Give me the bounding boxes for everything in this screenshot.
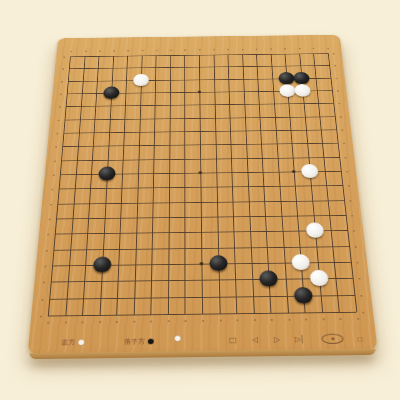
grid-vline (228, 55, 238, 314)
star-point (200, 262, 204, 265)
coordinate-tick (170, 50, 172, 51)
eye-icon (321, 334, 344, 344)
coordinate-tick (345, 157, 347, 158)
prev-move-icon[interactable]: ◁ (252, 335, 259, 346)
coordinate-tick (338, 103, 340, 104)
grid-vline (134, 56, 143, 315)
eye-button[interactable] (321, 334, 344, 344)
coordinate-tick (99, 321, 101, 323)
stone-black (103, 86, 120, 99)
turn-label: 落子方 (124, 336, 145, 347)
coordinate-tick (54, 160, 56, 161)
coordinate-tick (340, 318, 342, 320)
stone-white (291, 254, 310, 270)
coordinate-tick (99, 51, 101, 52)
coordinate-tick (151, 321, 153, 323)
coordinate-tick (58, 120, 60, 121)
coordinate-tick (313, 48, 315, 49)
coordinate-tick (219, 320, 221, 322)
coordinate-tick (70, 51, 72, 52)
stone-white (301, 164, 319, 178)
coordinate-tick (50, 204, 52, 206)
coordinate-tick (349, 200, 351, 202)
coordinate-tick (213, 49, 215, 50)
coordinate-tick (60, 94, 62, 95)
side-indicator: 蓝方 (61, 337, 85, 348)
turn-indicator: 落子方 (124, 336, 154, 347)
frame-icon[interactable]: □ (357, 333, 364, 344)
star-point (292, 170, 296, 173)
side-label: 蓝方 (61, 337, 76, 348)
grid-vline (199, 55, 203, 314)
white-dot-icon (175, 336, 181, 342)
coordinate-tick (254, 319, 256, 321)
stone-black (209, 255, 227, 271)
board-toolbar: 蓝方 落子方 □ ◁ ▷ ▷| □ (45, 333, 360, 348)
coordinate-tick (40, 316, 42, 318)
coordinate-tick (341, 129, 343, 130)
coordinate-tick (51, 189, 53, 191)
stone-black (98, 167, 116, 181)
stone-black (293, 72, 310, 84)
coordinate-tick (348, 185, 350, 187)
stone-marker (175, 336, 181, 342)
coordinate-tick (113, 50, 115, 51)
stop-icon[interactable]: □ (229, 335, 237, 346)
grid-vline (328, 53, 357, 312)
coordinate-tick (336, 78, 338, 79)
coordinate-tick (337, 90, 339, 91)
coordinate-tick (168, 320, 170, 322)
grid-vline (185, 55, 186, 314)
coordinate-tick (288, 319, 290, 321)
coordinate-tick (127, 50, 129, 51)
coordinate-tick (55, 146, 57, 147)
coordinate-tick (362, 312, 364, 314)
grid-vline (213, 55, 220, 314)
coordinate-tick (355, 246, 357, 248)
coordinate-tick (334, 65, 336, 66)
star-point (199, 171, 203, 174)
coordinate-tick (44, 266, 46, 268)
grid-vline (151, 55, 157, 314)
coordinate-tick (142, 50, 144, 51)
stone-white (133, 74, 149, 86)
coordinate-tick (85, 51, 87, 52)
grid-vline (65, 56, 85, 315)
coordinate-tick (61, 81, 63, 82)
coordinate-tick (116, 321, 118, 323)
coordinate-tick (353, 230, 355, 232)
coordinate-tick (56, 133, 58, 134)
coordinate-tick (351, 215, 353, 217)
coordinate-tick (343, 143, 345, 144)
coordinate-tick (62, 69, 64, 70)
white-stone-icon (78, 340, 84, 346)
coordinate-tick (327, 48, 329, 49)
coordinate-tick (357, 318, 359, 320)
board-grid[interactable] (48, 53, 356, 315)
coordinate-tick (46, 250, 48, 252)
coordinate-tick (323, 318, 325, 320)
coordinate-tick (49, 219, 51, 221)
coordinate-tick (185, 49, 187, 50)
stone-white (294, 84, 311, 97)
stone-black (92, 257, 111, 273)
coordinate-tick (43, 282, 45, 284)
coordinate-tick (340, 116, 342, 117)
coordinate-tick (82, 321, 84, 323)
coordinate-tick (63, 57, 65, 58)
coordinate-tick (305, 319, 307, 321)
coordinate-tick (202, 320, 204, 322)
black-stone-icon (148, 339, 154, 345)
grid-vline (242, 54, 255, 313)
go-board: 蓝方 落子方 □ ◁ ▷ ▷| □ (22, 0, 377, 354)
grid-vline (82, 56, 99, 315)
coordinate-tick (358, 278, 360, 280)
coordinate-tick (242, 49, 244, 50)
coordinate-tick (41, 299, 43, 301)
stone-white (305, 223, 324, 238)
board-surface: 蓝方 落子方 □ ◁ ▷ ▷| □ (28, 35, 378, 354)
skip-to-end-icon[interactable]: ▷| (294, 334, 304, 345)
go-app-screenshot: 蓝方 落子方 □ ◁ ▷ ▷| □ (0, 0, 400, 400)
coordinate-tick (271, 319, 273, 321)
coordinate-tick (53, 175, 55, 177)
stone-white (309, 270, 329, 286)
coordinate-tick (227, 49, 229, 50)
coordinate-tick (47, 322, 49, 324)
coordinate-tick (256, 49, 258, 50)
coordinate-tick (185, 320, 187, 322)
stone-black (259, 271, 278, 287)
stone-black (294, 287, 314, 304)
coordinate-tick (357, 262, 359, 264)
coordinate-tick (333, 53, 335, 54)
coordinate-tick (199, 49, 201, 50)
coordinate-tick (237, 320, 239, 322)
coordinate-tick (156, 50, 158, 51)
next-move-icon[interactable]: ▷ (274, 334, 281, 345)
coordinate-tick (284, 48, 286, 49)
coordinate-tick (270, 48, 272, 49)
coordinate-tick (64, 322, 66, 324)
star-point (198, 91, 201, 94)
coordinate-tick (346, 171, 348, 172)
coordinate-tick (47, 234, 49, 236)
coordinate-tick (133, 321, 135, 323)
coordinate-tick (360, 295, 362, 297)
coordinate-tick (59, 106, 61, 107)
coordinate-tick (299, 48, 301, 49)
grid-vline (168, 55, 171, 314)
